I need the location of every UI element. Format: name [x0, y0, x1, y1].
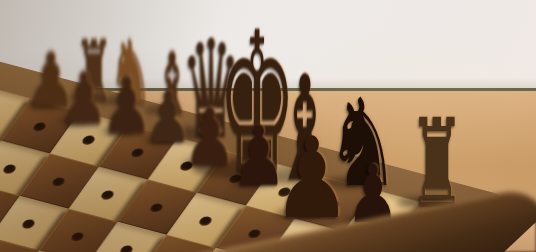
peg-hole	[118, 244, 135, 252]
peg-hole	[20, 218, 37, 230]
piece-dark-pawn[interactable]: ♟	[183, 98, 237, 178]
peg-hole	[99, 189, 116, 201]
peg-hole	[1, 163, 18, 175]
piece-dark-pawn[interactable]: ♟	[273, 122, 351, 234]
peg-hole	[246, 228, 263, 240]
peg-hole	[197, 215, 214, 227]
peg-hole	[148, 202, 165, 214]
peg-hole	[50, 176, 67, 188]
chess-photo-scene: ♜♞♝♛♚♝♞♜♟♟♟♟♟♟♟♟	[0, 0, 536, 252]
peg-hole	[69, 231, 86, 243]
